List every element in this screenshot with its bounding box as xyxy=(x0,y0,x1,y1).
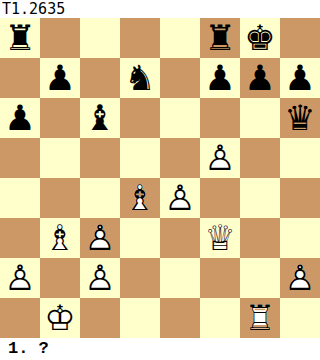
square-b1[interactable]: ♚♔ xyxy=(40,298,80,338)
puzzle-title: T1.2635 xyxy=(0,0,320,18)
square-f2[interactable] xyxy=(200,258,240,298)
square-a5[interactable] xyxy=(0,138,40,178)
square-e2[interactable] xyxy=(160,258,200,298)
square-a8[interactable]: ♜ xyxy=(0,18,40,58)
square-a3[interactable] xyxy=(0,218,40,258)
square-c2[interactable]: ♟♙ xyxy=(80,258,120,298)
square-a6[interactable]: ♟ xyxy=(0,98,40,138)
square-h2[interactable]: ♟♙ xyxy=(280,258,320,298)
piece-outline-layer: ♗ xyxy=(120,178,160,218)
square-b3[interactable]: ♝♗ xyxy=(40,218,80,258)
square-a7[interactable] xyxy=(0,58,40,98)
piece-white-pawn[interactable]: ♟♙ xyxy=(80,218,120,258)
piece-white-pawn[interactable]: ♟♙ xyxy=(200,138,240,178)
square-g8[interactable]: ♚ xyxy=(240,18,280,58)
piece-white-pawn[interactable]: ♟♙ xyxy=(80,258,120,298)
square-a1[interactable] xyxy=(0,298,40,338)
square-h7[interactable]: ♟ xyxy=(280,58,320,98)
piece-outline-layer: ♙ xyxy=(80,258,120,298)
piece-white-pawn[interactable]: ♟♙ xyxy=(0,258,40,298)
square-g4[interactable] xyxy=(240,178,280,218)
square-e7[interactable] xyxy=(160,58,200,98)
square-e3[interactable] xyxy=(160,218,200,258)
square-f8[interactable]: ♜ xyxy=(200,18,240,58)
piece-black-rook[interactable]: ♜ xyxy=(200,18,240,58)
square-f3[interactable]: ♛♕ xyxy=(200,218,240,258)
piece-black-pawn[interactable]: ♟ xyxy=(280,58,320,98)
square-g3[interactable] xyxy=(240,218,280,258)
square-g1[interactable]: ♜♖ xyxy=(240,298,280,338)
piece-outline-layer: ♗ xyxy=(40,218,80,258)
square-a4[interactable] xyxy=(0,178,40,218)
square-g5[interactable] xyxy=(240,138,280,178)
piece-outline-layer: ♔ xyxy=(40,298,80,338)
piece-black-pawn[interactable]: ♟ xyxy=(240,58,280,98)
piece-outline-layer: ♙ xyxy=(160,178,200,218)
piece-white-bishop[interactable]: ♝♗ xyxy=(40,218,80,258)
piece-white-king[interactable]: ♚♔ xyxy=(40,298,80,338)
square-h8[interactable] xyxy=(280,18,320,58)
square-c7[interactable] xyxy=(80,58,120,98)
piece-black-pawn[interactable]: ♟ xyxy=(200,58,240,98)
piece-white-bishop[interactable]: ♝♗ xyxy=(120,178,160,218)
square-d5[interactable] xyxy=(120,138,160,178)
square-h6[interactable]: ♛ xyxy=(280,98,320,138)
square-g2[interactable] xyxy=(240,258,280,298)
square-b8[interactable] xyxy=(40,18,80,58)
square-d7[interactable]: ♞ xyxy=(120,58,160,98)
square-b2[interactable] xyxy=(40,258,80,298)
square-d6[interactable] xyxy=(120,98,160,138)
square-h1[interactable] xyxy=(280,298,320,338)
piece-outline-layer: ♕ xyxy=(200,218,240,258)
square-a2[interactable]: ♟♙ xyxy=(0,258,40,298)
square-h5[interactable] xyxy=(280,138,320,178)
piece-outline-layer: ♙ xyxy=(200,138,240,178)
square-d3[interactable] xyxy=(120,218,160,258)
square-h3[interactable] xyxy=(280,218,320,258)
square-e4[interactable]: ♟♙ xyxy=(160,178,200,218)
piece-outline-layer: ♙ xyxy=(0,258,40,298)
square-b6[interactable] xyxy=(40,98,80,138)
chess-app-window: T1.2635 ♜♜♚♟♞♟♟♟♟♝♛♟♙♝♗♟♙♝♗♟♙♛♕♟♙♟♙♟♙♚♔♜… xyxy=(0,0,320,360)
square-f1[interactable] xyxy=(200,298,240,338)
piece-white-queen[interactable]: ♛♕ xyxy=(200,218,240,258)
square-d2[interactable] xyxy=(120,258,160,298)
square-g7[interactable]: ♟ xyxy=(240,58,280,98)
square-b4[interactable] xyxy=(40,178,80,218)
piece-white-rook[interactable]: ♜♖ xyxy=(240,298,280,338)
square-e6[interactable] xyxy=(160,98,200,138)
square-g6[interactable] xyxy=(240,98,280,138)
piece-outline-layer: ♙ xyxy=(280,258,320,298)
piece-black-pawn[interactable]: ♟ xyxy=(40,58,80,98)
square-d1[interactable] xyxy=(120,298,160,338)
square-c4[interactable] xyxy=(80,178,120,218)
square-b7[interactable]: ♟ xyxy=(40,58,80,98)
square-c5[interactable] xyxy=(80,138,120,178)
square-e1[interactable] xyxy=(160,298,200,338)
chess-board: ♜♜♚♟♞♟♟♟♟♝♛♟♙♝♗♟♙♝♗♟♙♛♕♟♙♟♙♟♙♚♔♜♖ xyxy=(0,18,320,338)
square-f5[interactable]: ♟♙ xyxy=(200,138,240,178)
piece-outline-layer: ♖ xyxy=(240,298,280,338)
square-f6[interactable] xyxy=(200,98,240,138)
square-c8[interactable] xyxy=(80,18,120,58)
piece-black-pawn[interactable]: ♟ xyxy=(0,98,40,138)
piece-outline-layer: ♙ xyxy=(80,218,120,258)
piece-black-king[interactable]: ♚ xyxy=(240,18,280,58)
square-f7[interactable]: ♟ xyxy=(200,58,240,98)
piece-black-rook[interactable]: ♜ xyxy=(0,18,40,58)
square-e5[interactable] xyxy=(160,138,200,178)
square-d8[interactable] xyxy=(120,18,160,58)
square-d4[interactable]: ♝♗ xyxy=(120,178,160,218)
square-h4[interactable] xyxy=(280,178,320,218)
piece-white-pawn[interactable]: ♟♙ xyxy=(160,178,200,218)
square-c1[interactable] xyxy=(80,298,120,338)
square-b5[interactable] xyxy=(40,138,80,178)
square-e8[interactable] xyxy=(160,18,200,58)
square-c3[interactable]: ♟♙ xyxy=(80,218,120,258)
piece-black-queen[interactable]: ♛ xyxy=(280,98,320,138)
move-prompt: 1. ? xyxy=(0,338,320,360)
piece-black-knight[interactable]: ♞ xyxy=(120,58,160,98)
square-f4[interactable] xyxy=(200,178,240,218)
piece-white-pawn[interactable]: ♟♙ xyxy=(280,258,320,298)
square-c6[interactable]: ♝ xyxy=(80,98,120,138)
piece-black-bishop[interactable]: ♝ xyxy=(80,98,120,138)
